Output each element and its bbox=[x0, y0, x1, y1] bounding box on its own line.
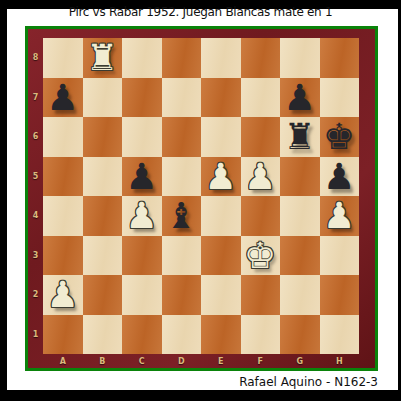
square-e8[interactable] bbox=[201, 38, 241, 78]
square-g3[interactable] bbox=[280, 236, 320, 276]
square-b7[interactable] bbox=[83, 78, 123, 118]
square-c1[interactable] bbox=[122, 315, 162, 355]
square-d4[interactable]: ♝ bbox=[162, 196, 202, 236]
piece-black-bishop-d4[interactable]: ♝ bbox=[165, 196, 197, 236]
rank-label-8: 8 bbox=[28, 38, 43, 78]
square-g2[interactable] bbox=[280, 275, 320, 315]
square-a2[interactable]: ♟ bbox=[43, 275, 83, 315]
puzzle-title: Pirc vs Rabar 1952. Juegan Blancas mate … bbox=[0, 5, 401, 19]
square-c2[interactable] bbox=[122, 275, 162, 315]
square-g5[interactable] bbox=[280, 157, 320, 197]
square-c7[interactable] bbox=[122, 78, 162, 118]
rank-label-1: 1 bbox=[28, 315, 43, 355]
file-label-b: B bbox=[83, 354, 123, 368]
square-c8[interactable] bbox=[122, 38, 162, 78]
square-f5[interactable]: ♟ bbox=[241, 157, 281, 197]
rank-label-4: 4 bbox=[28, 196, 43, 236]
square-f7[interactable] bbox=[241, 78, 281, 118]
piece-white-pawn-f5[interactable]: ♟ bbox=[244, 157, 276, 197]
square-g6[interactable]: ♜ bbox=[280, 117, 320, 157]
piece-black-pawn-c5[interactable]: ♟ bbox=[126, 157, 158, 197]
square-c5[interactable]: ♟ bbox=[122, 157, 162, 197]
square-h4[interactable]: ♟ bbox=[320, 196, 360, 236]
file-label-h: H bbox=[320, 354, 360, 368]
square-f3[interactable]: ♚ bbox=[241, 236, 281, 276]
chess-board: 8♜7♟♟6♜♚5♟♟♟♟4♟♝♟3♚2♟1ABCDEFGH bbox=[28, 29, 375, 368]
square-b3[interactable] bbox=[83, 236, 123, 276]
file-label-f: F bbox=[241, 354, 281, 368]
square-g8[interactable] bbox=[280, 38, 320, 78]
piece-black-king-h6[interactable]: ♚ bbox=[323, 117, 355, 157]
square-f2[interactable] bbox=[241, 275, 281, 315]
square-a1[interactable] bbox=[43, 315, 83, 355]
rank-label-6: 6 bbox=[28, 117, 43, 157]
piece-black-pawn-g7[interactable]: ♟ bbox=[284, 78, 316, 118]
piece-white-pawn-c4[interactable]: ♟ bbox=[126, 196, 158, 236]
piece-white-king-f3[interactable]: ♚ bbox=[244, 236, 276, 276]
piece-white-rook-b8[interactable]: ♜ bbox=[86, 38, 118, 78]
file-label-g: G bbox=[280, 354, 320, 368]
square-h8[interactable] bbox=[320, 38, 360, 78]
square-d3[interactable] bbox=[162, 236, 202, 276]
square-c3[interactable] bbox=[122, 236, 162, 276]
square-a6[interactable] bbox=[43, 117, 83, 157]
square-b8[interactable]: ♜ bbox=[83, 38, 123, 78]
square-g7[interactable]: ♟ bbox=[280, 78, 320, 118]
square-a8[interactable] bbox=[43, 38, 83, 78]
piece-white-pawn-e5[interactable]: ♟ bbox=[205, 157, 237, 197]
square-f1[interactable] bbox=[241, 315, 281, 355]
square-h3[interactable] bbox=[320, 236, 360, 276]
square-d5[interactable] bbox=[162, 157, 202, 197]
square-b4[interactable] bbox=[83, 196, 123, 236]
piece-black-pawn-h5[interactable]: ♟ bbox=[323, 157, 355, 197]
square-d1[interactable] bbox=[162, 315, 202, 355]
square-c6[interactable] bbox=[122, 117, 162, 157]
square-b1[interactable] bbox=[83, 315, 123, 355]
square-a5[interactable] bbox=[43, 157, 83, 197]
square-f4[interactable] bbox=[241, 196, 281, 236]
square-d6[interactable] bbox=[162, 117, 202, 157]
rank-label-5: 5 bbox=[28, 157, 43, 197]
square-e1[interactable] bbox=[201, 315, 241, 355]
square-h7[interactable] bbox=[320, 78, 360, 118]
square-g4[interactable] bbox=[280, 196, 320, 236]
file-label-a: A bbox=[43, 354, 83, 368]
square-g1[interactable] bbox=[280, 315, 320, 355]
piece-black-rook-g6[interactable]: ♜ bbox=[284, 117, 316, 157]
square-b5[interactable] bbox=[83, 157, 123, 197]
piece-white-pawn-h4[interactable]: ♟ bbox=[323, 196, 355, 236]
square-c4[interactable]: ♟ bbox=[122, 196, 162, 236]
square-a7[interactable]: ♟ bbox=[43, 78, 83, 118]
square-a4[interactable] bbox=[43, 196, 83, 236]
frame-corner bbox=[28, 354, 43, 368]
square-b6[interactable] bbox=[83, 117, 123, 157]
square-e2[interactable] bbox=[201, 275, 241, 315]
square-d8[interactable] bbox=[162, 38, 202, 78]
square-e4[interactable] bbox=[201, 196, 241, 236]
piece-black-pawn-a7[interactable]: ♟ bbox=[47, 78, 79, 118]
rank-label-2: 2 bbox=[28, 275, 43, 315]
file-label-c: C bbox=[122, 354, 162, 368]
square-h6[interactable]: ♚ bbox=[320, 117, 360, 157]
file-label-e: E bbox=[201, 354, 241, 368]
square-h5[interactable]: ♟ bbox=[320, 157, 360, 197]
square-d7[interactable] bbox=[162, 78, 202, 118]
square-e6[interactable] bbox=[201, 117, 241, 157]
square-e7[interactable] bbox=[201, 78, 241, 118]
square-d2[interactable] bbox=[162, 275, 202, 315]
chess-board-frame: 8♜7♟♟6♜♚5♟♟♟♟4♟♝♟3♚2♟1ABCDEFGH bbox=[25, 26, 378, 371]
square-e5[interactable]: ♟ bbox=[201, 157, 241, 197]
rank-label-3: 3 bbox=[28, 236, 43, 276]
square-e3[interactable] bbox=[201, 236, 241, 276]
author-credit: Rafael Aquino - N162-3 bbox=[239, 375, 378, 389]
rank-label-7: 7 bbox=[28, 78, 43, 118]
square-a3[interactable] bbox=[43, 236, 83, 276]
file-label-d: D bbox=[162, 354, 202, 368]
square-f8[interactable] bbox=[241, 38, 281, 78]
square-h2[interactable] bbox=[320, 275, 360, 315]
square-h1[interactable] bbox=[320, 315, 360, 355]
piece-white-pawn-a2[interactable]: ♟ bbox=[47, 275, 79, 315]
square-b2[interactable] bbox=[83, 275, 123, 315]
square-f6[interactable] bbox=[241, 117, 281, 157]
